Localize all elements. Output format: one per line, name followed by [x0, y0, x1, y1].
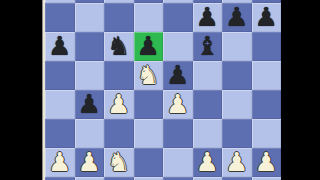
square-c6[interactable]: ♞ — [104, 32, 134, 61]
square-e5[interactable]: ♟ — [163, 61, 193, 90]
white-pawn-c4[interactable]: ♟ — [104, 90, 134, 119]
square-c3[interactable] — [104, 119, 134, 148]
square-a2[interactable]: ♟ — [45, 148, 75, 177]
square-f4[interactable] — [193, 90, 223, 119]
square-g7[interactable]: ♟ — [222, 3, 252, 32]
square-h2[interactable]: ♟ — [252, 148, 282, 177]
square-d4[interactable] — [134, 90, 164, 119]
square-d7[interactable] — [134, 3, 164, 32]
square-e3[interactable] — [163, 119, 193, 148]
square-b2[interactable]: ♟ — [75, 148, 105, 177]
square-f7[interactable]: ♟ — [193, 3, 223, 32]
square-a5[interactable] — [45, 61, 75, 90]
black-pawn-h7[interactable]: ♟ — [252, 3, 282, 32]
square-d6[interactable]: ♟ — [134, 32, 164, 61]
square-g5[interactable] — [222, 61, 252, 90]
board-left-edge — [42, 0, 45, 180]
square-a7[interactable] — [45, 3, 75, 32]
square-f2[interactable]: ♟ — [193, 148, 223, 177]
square-d5[interactable]: ♞ — [134, 61, 164, 90]
square-a3[interactable] — [45, 119, 75, 148]
square-b5[interactable] — [75, 61, 105, 90]
square-b1[interactable] — [75, 177, 105, 180]
black-bishop-f6[interactable]: ♝ — [193, 32, 223, 61]
square-c5[interactable] — [104, 61, 134, 90]
square-e6[interactable] — [163, 32, 193, 61]
white-pawn-b2[interactable]: ♟ — [75, 148, 105, 177]
black-pawn-f7[interactable]: ♟ — [193, 3, 223, 32]
square-g4[interactable] — [222, 90, 252, 119]
right-letterbox — [281, 0, 320, 180]
square-h7[interactable]: ♟ — [252, 3, 282, 32]
white-pawn-a2[interactable]: ♟ — [45, 148, 75, 177]
white-pawn-e4[interactable]: ♟ — [163, 90, 193, 119]
white-pawn-f2[interactable]: ♟ — [193, 148, 223, 177]
square-b7[interactable] — [75, 3, 105, 32]
square-b3[interactable] — [75, 119, 105, 148]
square-a6[interactable]: ♟ — [45, 32, 75, 61]
square-a1[interactable]: ♜ — [45, 177, 75, 180]
white-bishop-f1[interactable]: ♝ — [193, 177, 223, 180]
square-f6[interactable]: ♝ — [193, 32, 223, 61]
square-e7[interactable] — [163, 3, 193, 32]
black-pawn-e5[interactable]: ♟ — [163, 61, 193, 90]
square-g2[interactable]: ♟ — [222, 148, 252, 177]
left-letterbox — [0, 0, 42, 180]
square-g3[interactable] — [222, 119, 252, 148]
square-h1[interactable]: ♜ — [252, 177, 282, 180]
square-b6[interactable] — [75, 32, 105, 61]
square-h4[interactable] — [252, 90, 282, 119]
square-c4[interactable]: ♟ — [104, 90, 134, 119]
screenshot-stage: ♜♝♛♜♚♟♟♟♟♞♟♝♞♟♟♟♟♟♟♞♟♟♟♜♛♚♝♜ — [0, 0, 320, 180]
black-knight-c6[interactable]: ♞ — [104, 32, 134, 61]
square-f5[interactable] — [193, 61, 223, 90]
square-h5[interactable] — [252, 61, 282, 90]
chess-board: ♜♝♛♜♚♟♟♟♟♞♟♝♞♟♟♟♟♟♟♞♟♟♟♜♛♚♝♜ — [45, 0, 281, 180]
white-rook-h1[interactable]: ♜ — [252, 177, 282, 180]
square-b4[interactable]: ♟ — [75, 90, 105, 119]
square-h3[interactable] — [252, 119, 282, 148]
square-d1[interactable]: ♛ — [134, 177, 164, 180]
white-knight-d5[interactable]: ♞ — [134, 61, 164, 90]
square-a4[interactable] — [45, 90, 75, 119]
square-d2[interactable] — [134, 148, 164, 177]
white-knight-c2[interactable]: ♞ — [104, 148, 134, 177]
square-h6[interactable] — [252, 32, 282, 61]
white-king-e1[interactable]: ♚ — [163, 177, 193, 180]
black-pawn-a6[interactable]: ♟ — [45, 32, 75, 61]
black-pawn-g7[interactable]: ♟ — [222, 3, 252, 32]
square-e2[interactable] — [163, 148, 193, 177]
square-c7[interactable] — [104, 3, 134, 32]
square-f1[interactable]: ♝ — [193, 177, 223, 180]
white-queen-d1[interactable]: ♛ — [134, 177, 164, 180]
square-g1[interactable] — [222, 177, 252, 180]
white-pawn-h2[interactable]: ♟ — [252, 148, 282, 177]
square-f3[interactable] — [193, 119, 223, 148]
square-e1[interactable]: ♚ — [163, 177, 193, 180]
square-d3[interactable] — [134, 119, 164, 148]
square-e4[interactable]: ♟ — [163, 90, 193, 119]
white-rook-a1[interactable]: ♜ — [45, 177, 75, 180]
black-pawn-b4[interactable]: ♟ — [75, 90, 105, 119]
white-pawn-g2[interactable]: ♟ — [222, 148, 252, 177]
square-g6[interactable] — [222, 32, 252, 61]
square-c2[interactable]: ♞ — [104, 148, 134, 177]
square-c1[interactable] — [104, 177, 134, 180]
black-pawn-d6[interactable]: ♟ — [134, 32, 164, 61]
